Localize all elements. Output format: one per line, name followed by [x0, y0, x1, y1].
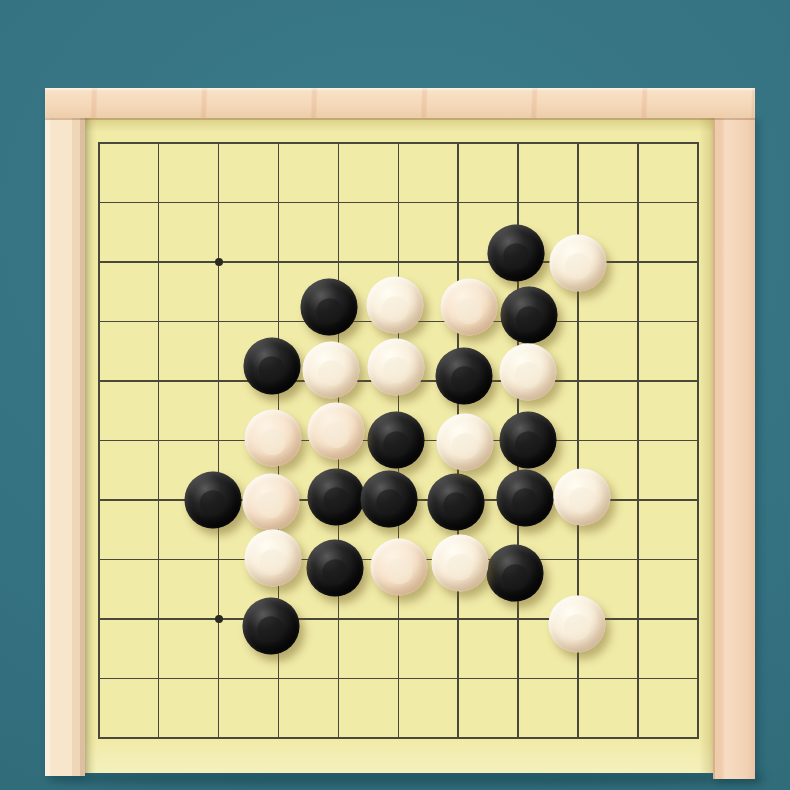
- black-stone[interactable]: ●: [488, 224, 545, 281]
- black-stone[interactable]: ●: [307, 540, 364, 597]
- white-stone[interactable]: ●: [308, 403, 365, 460]
- black-stone[interactable]: ●: [301, 279, 358, 336]
- grid-horizontal-line: [98, 678, 699, 680]
- board-frame-top-rail: [45, 88, 755, 118]
- black-stone[interactable]: ●: [368, 412, 425, 469]
- grid-horizontal-line: [98, 618, 699, 620]
- white-stone[interactable]: ●: [441, 279, 498, 336]
- black-stone[interactable]: ●: [184, 471, 241, 528]
- white-stone[interactable]: ●: [500, 343, 557, 400]
- white-stone[interactable]: ●: [550, 234, 607, 291]
- grid-vertical-line: [697, 142, 699, 739]
- black-stone[interactable]: ●: [242, 597, 299, 654]
- black-stone[interactable]: ●: [501, 287, 558, 344]
- star-point: [215, 615, 223, 623]
- grid-vertical-line: [637, 142, 639, 739]
- white-stone[interactable]: ●: [554, 468, 611, 525]
- black-stone[interactable]: ●: [308, 468, 365, 525]
- go-board-photo-scene: ●●●●●●●●●●●●●●●●●●●●●●●●●●●●●●: [0, 0, 790, 790]
- black-stone[interactable]: ●: [243, 337, 300, 394]
- white-stone[interactable]: ●: [368, 338, 425, 395]
- board-frame-left-rail: [45, 90, 85, 776]
- black-stone[interactable]: ●: [428, 473, 485, 530]
- black-stone[interactable]: ●: [500, 412, 557, 469]
- star-point: [215, 258, 223, 266]
- black-stone[interactable]: ●: [361, 470, 418, 527]
- white-stone[interactable]: ●: [367, 277, 424, 334]
- white-stone[interactable]: ●: [432, 535, 489, 592]
- black-stone[interactable]: ●: [487, 545, 544, 602]
- board-surface: ●●●●●●●●●●●●●●●●●●●●●●●●●●●●●●: [85, 116, 713, 773]
- white-stone[interactable]: ●: [437, 414, 494, 471]
- white-stone[interactable]: ●: [242, 473, 299, 530]
- white-stone[interactable]: ●: [371, 539, 428, 596]
- white-stone[interactable]: ●: [549, 595, 606, 652]
- board-frame-right-rail: [713, 114, 755, 779]
- white-stone[interactable]: ●: [244, 410, 301, 467]
- white-stone[interactable]: ●: [303, 341, 360, 398]
- grid-horizontal-line: [98, 737, 699, 739]
- black-stone[interactable]: ●: [497, 469, 554, 526]
- white-stone[interactable]: ●: [244, 530, 301, 587]
- black-stone[interactable]: ●: [436, 347, 493, 404]
